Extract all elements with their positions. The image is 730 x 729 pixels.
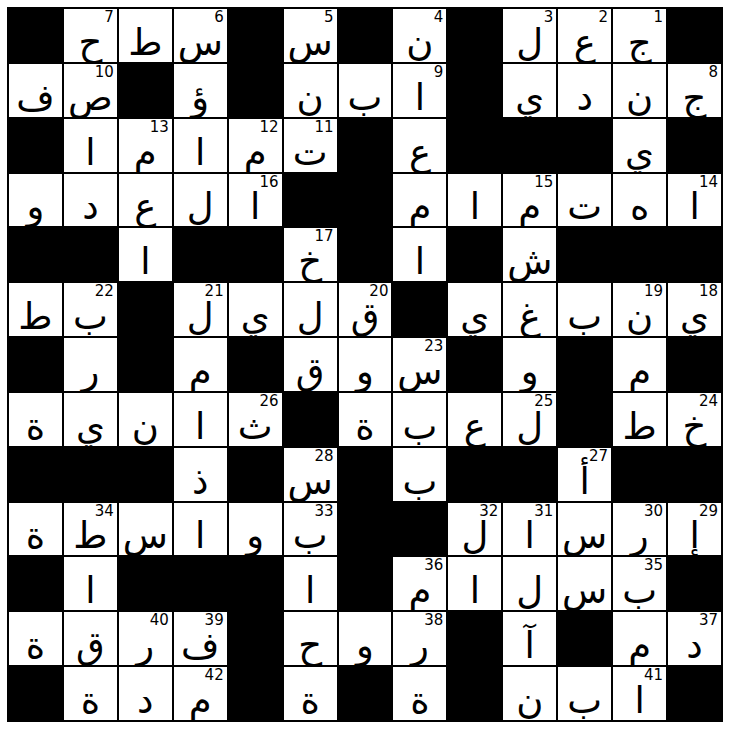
grid-cell[interactable]: ط (9, 283, 62, 336)
cell-letter: د (668, 627, 721, 664)
grid-cell[interactable]: 16ا (229, 174, 282, 227)
grid-cell[interactable]: ي (229, 283, 282, 336)
grid-cell[interactable]: 34ط (64, 503, 117, 556)
black-cell (339, 503, 392, 556)
cell-letter: ح (64, 24, 117, 61)
cell-letter: د (558, 79, 611, 116)
grid-cell[interactable]: ا (64, 557, 117, 610)
black-cell (9, 667, 62, 720)
cell-letter: م (119, 134, 172, 171)
grid-cell[interactable]: ب (393, 448, 446, 501)
cell-letter: ع (448, 408, 501, 445)
grid-cell[interactable]: م (174, 338, 227, 391)
cell-letter: و (229, 517, 282, 554)
cell-letter: م (613, 353, 666, 390)
grid-cell[interactable]: 13م (119, 119, 172, 172)
grid-cell[interactable]: 36م (393, 557, 446, 610)
cell-letter: ل (284, 298, 337, 335)
grid-cell[interactable]: 33ب (284, 503, 337, 556)
cell-letter: ه (613, 188, 666, 225)
grid-cell[interactable]: ف (9, 64, 62, 117)
black-cell (339, 448, 392, 501)
cell-letter: س (558, 572, 611, 609)
grid-cell[interactable]: ي (613, 119, 666, 172)
grid-cell[interactable]: ي (448, 283, 501, 336)
black-cell (174, 228, 227, 281)
cell-letter: م (503, 188, 556, 225)
black-cell (9, 9, 62, 62)
grid-cell[interactable]: 37د (668, 612, 721, 665)
cell-letter: ا (119, 243, 172, 280)
cell-letter: ت (558, 188, 611, 225)
cell-letter: إ (668, 517, 721, 554)
cell-letter: س (558, 517, 611, 554)
cell-letter: ق (339, 298, 392, 335)
black-cell (229, 9, 282, 62)
black-cell (448, 64, 501, 117)
cell-letter: ة (9, 517, 62, 554)
grid-cell[interactable]: ا (448, 174, 501, 227)
grid-cell[interactable]: و (503, 338, 556, 391)
page: { "game": "arabic-crossword", "grid_size… (0, 0, 730, 729)
grid-cell[interactable]: ا (64, 119, 117, 172)
black-cell (119, 338, 172, 391)
cell-letter: ج (668, 79, 721, 116)
cell-letter: ل (503, 572, 556, 609)
cell-letter: م (393, 188, 446, 225)
cell-letter: ر (393, 627, 446, 664)
cell-letter: د (119, 682, 172, 719)
black-cell (613, 448, 666, 501)
cell-letter: ة (393, 682, 446, 719)
cell-letter: ة (284, 682, 337, 719)
cell-letter: ب (339, 79, 392, 116)
black-cell (668, 557, 721, 610)
cell-letter: ن (393, 24, 446, 61)
cell-letter: ر (119, 627, 172, 664)
grid-cell[interactable]: ة (284, 667, 337, 720)
grid-cell[interactable]: ع (119, 174, 172, 227)
cell-letter: ط (64, 517, 117, 554)
cell-letter: س (174, 24, 227, 61)
black-cell (448, 448, 501, 501)
grid-cell[interactable]: 25ل (503, 393, 556, 446)
black-cell (229, 557, 282, 610)
cell-letter: س (284, 24, 337, 61)
black-cell (64, 228, 117, 281)
black-cell (339, 228, 392, 281)
grid-cell[interactable]: س (558, 557, 611, 610)
cell-letter: ف (9, 79, 62, 116)
cell-letter: ل (448, 517, 501, 554)
cell-letter: ي (668, 298, 721, 335)
grid-cell[interactable]: ق (284, 338, 337, 391)
grid-cell[interactable]: ع (393, 119, 446, 172)
grid-cell[interactable]: 38ر (393, 612, 446, 665)
black-cell (119, 557, 172, 610)
cell-letter: ا (613, 682, 666, 719)
grid-cell[interactable]: ت (558, 174, 611, 227)
cell-letter: ن (613, 79, 666, 116)
grid-cell[interactable]: 4ن (393, 9, 446, 62)
black-cell (558, 338, 611, 391)
black-cell (558, 393, 611, 446)
black-cell (393, 283, 446, 336)
grid-cell[interactable]: ا (174, 393, 227, 446)
cell-letter: ب (393, 463, 446, 500)
grid-cell[interactable]: 20ق (339, 283, 392, 336)
black-cell (229, 228, 282, 281)
grid-cell[interactable]: 12م (229, 119, 282, 172)
cell-letter: م (174, 353, 227, 390)
grid-cell[interactable]: ل (503, 557, 556, 610)
black-cell (448, 338, 501, 391)
grid-cell[interactable]: 23س (393, 338, 446, 391)
cell-letter: ة (9, 408, 62, 445)
black-cell (119, 283, 172, 336)
black-cell (668, 119, 721, 172)
grid-cell[interactable]: ه (613, 174, 666, 227)
grid-cell[interactable]: 9ا (393, 64, 446, 117)
cell-letter: ا (174, 517, 227, 554)
black-cell (668, 9, 721, 62)
cell-letter: م (393, 572, 446, 609)
cell-letter: ش (503, 243, 556, 280)
cell-letter: ث (229, 408, 282, 445)
grid-cell[interactable]: ب (393, 393, 446, 446)
black-cell (229, 612, 282, 665)
cell-letter: ق (64, 627, 117, 664)
cell-letter: ا (668, 188, 721, 225)
cell-letter: ا (448, 572, 501, 609)
cell-letter: ع (119, 188, 172, 225)
cell-letter: ط (9, 298, 62, 335)
black-cell (9, 228, 62, 281)
cell-letter: خ (284, 243, 337, 280)
cell-letter: م (613, 627, 666, 664)
cell-letter: أ (558, 463, 611, 500)
black-cell (284, 393, 337, 446)
cell-letter: ي (64, 408, 117, 445)
grid-cell[interactable]: و (339, 612, 392, 665)
cell-letter: ج (613, 24, 666, 61)
cell-letter: س (284, 463, 337, 500)
cell-letter: ر (64, 353, 117, 390)
black-cell (448, 228, 501, 281)
grid-cell[interactable]: 14ا (668, 174, 721, 227)
grid-cell[interactable]: ل (284, 283, 337, 336)
cell-letter: ع (558, 24, 611, 61)
grid-cell[interactable]: ة (64, 667, 117, 720)
cell-letter: ي (448, 298, 501, 335)
grid-cell[interactable]: غ (503, 283, 556, 336)
cell-letter: م (174, 682, 227, 719)
grid-cell[interactable]: ن (613, 64, 666, 117)
cell-letter: ب (64, 298, 117, 335)
grid-cell[interactable]: ع (448, 393, 501, 446)
grid-cell[interactable]: ن (119, 393, 172, 446)
cell-letter: م (229, 134, 282, 171)
cell-letter: س (119, 517, 172, 554)
cell-letter: ح (284, 627, 337, 664)
cell-letter: ط (119, 24, 172, 61)
black-cell (448, 612, 501, 665)
black-cell (339, 119, 392, 172)
grid-cell[interactable]: ي (503, 64, 556, 117)
cell-letter: ا (393, 79, 446, 116)
black-cell (613, 228, 666, 281)
grid-cell[interactable]: 42م (174, 667, 227, 720)
grid-cell[interactable]: ذ (174, 448, 227, 501)
black-cell (64, 448, 117, 501)
grid-cell[interactable]: 17خ (284, 228, 337, 281)
cell-letter: ب (558, 682, 611, 719)
cell-letter: ل (503, 408, 556, 445)
grid-cell[interactable]: ا (284, 557, 337, 610)
grid-cell[interactable]: د (119, 667, 172, 720)
cell-letter: ا (64, 134, 117, 171)
grid-cell[interactable]: ي (64, 393, 117, 446)
cell-letter: خ (668, 408, 721, 445)
cell-letter: ل (174, 298, 227, 335)
grid-cell[interactable]: د (558, 64, 611, 117)
black-cell (339, 557, 392, 610)
black-cell (668, 667, 721, 720)
grid-cell[interactable]: س (558, 503, 611, 556)
cell-letter: ذ (174, 463, 227, 500)
black-cell (9, 338, 62, 391)
cell-letter: ب (558, 298, 611, 335)
grid-cell[interactable]: 1ج (613, 9, 666, 62)
black-cell (284, 174, 337, 227)
black-cell (229, 338, 282, 391)
cell-letter: آ (503, 627, 556, 664)
grid-cell[interactable]: 18ي (668, 283, 721, 336)
cell-letter: ب (613, 572, 666, 609)
black-cell (339, 667, 392, 720)
grid-cell[interactable]: د (64, 174, 117, 227)
cell-letter: ا (503, 517, 556, 554)
black-cell (119, 64, 172, 117)
grid-cell[interactable]: 24خ (668, 393, 721, 446)
grid-cell[interactable]: 29إ (668, 503, 721, 556)
grid-cell[interactable]: آ (503, 612, 556, 665)
grid-cell[interactable]: 15م (503, 174, 556, 227)
cell-letter: ق (284, 353, 337, 390)
grid-cell[interactable]: 2ع (558, 9, 611, 62)
grid-cell[interactable]: 7ح (64, 9, 117, 62)
grid-cell[interactable]: ا (174, 503, 227, 556)
grid-cell[interactable]: ش (503, 228, 556, 281)
cell-letter: و (339, 627, 392, 664)
black-cell (668, 448, 721, 501)
grid-cell[interactable]: 21ل (174, 283, 227, 336)
grid-cell[interactable]: و (9, 174, 62, 227)
black-cell (668, 338, 721, 391)
black-cell (448, 119, 501, 172)
black-cell (558, 119, 611, 172)
cell-letter: و (339, 353, 392, 390)
grid-cell[interactable]: 10ص (64, 64, 117, 117)
grid-cell[interactable]: ة (9, 503, 62, 556)
grid-cell[interactable]: ة (9, 393, 62, 446)
grid-cell[interactable]: 32ل (448, 503, 501, 556)
cell-letter: ب (284, 517, 337, 554)
grid-cell[interactable]: ا (119, 228, 172, 281)
grid-cell[interactable]: م (613, 612, 666, 665)
cell-letter: ل (174, 188, 227, 225)
black-cell (119, 448, 172, 501)
black-cell (229, 448, 282, 501)
black-cell (9, 119, 62, 172)
crossword-board: 7حط6س5س4ن3ل2ع1جف10صؤنب9ايدن8جا13ما12م11ت… (7, 7, 723, 722)
grid-cell[interactable]: 41ا (613, 667, 666, 720)
grid-cell[interactable]: ل (174, 174, 227, 227)
grid-cell[interactable]: و (339, 338, 392, 391)
grid-cell[interactable]: 35ب (613, 557, 666, 610)
grid-cell[interactable]: ؤ (174, 64, 227, 117)
black-cell (339, 9, 392, 62)
black-cell (9, 448, 62, 501)
grid-cell[interactable]: 26ث (229, 393, 282, 446)
cell-letter: ف (174, 627, 227, 664)
cell-letter: ل (503, 24, 556, 61)
grid-cell[interactable]: ح (284, 612, 337, 665)
grid-cell[interactable]: ا (448, 557, 501, 610)
grid-cell[interactable]: ا (393, 228, 446, 281)
grid-cell[interactable]: 27أ (558, 448, 611, 501)
cell-letter: غ (503, 298, 556, 335)
grid-cell[interactable]: ر (64, 338, 117, 391)
grid-cell[interactable]: ن (284, 64, 337, 117)
black-cell (503, 119, 556, 172)
cell-letter: ة (64, 682, 117, 719)
black-cell (558, 612, 611, 665)
cell-letter: ؤ (174, 79, 227, 116)
cell-letter: ي (229, 298, 282, 335)
cell-letter: ن (503, 682, 556, 719)
grid-cell[interactable]: و (229, 503, 282, 556)
grid-cell[interactable]: م (393, 174, 446, 227)
cell-letter: ب (393, 408, 446, 445)
cell-letter: ن (284, 79, 337, 116)
cell-letter: و (503, 353, 556, 390)
cell-letter: ا (284, 572, 337, 609)
cell-letter: ا (229, 188, 282, 225)
grid-cell[interactable]: 19ن (613, 283, 666, 336)
grid-cell[interactable]: ة (9, 612, 62, 665)
grid-cell[interactable]: 8ج (668, 64, 721, 117)
grid-cell[interactable]: 6س (174, 9, 227, 62)
grid-cell[interactable]: ط (613, 393, 666, 446)
black-cell (393, 503, 446, 556)
grid-cell[interactable]: 31ا (503, 503, 556, 556)
cell-letter: ر (613, 517, 666, 554)
grid-cell[interactable]: ة (339, 393, 392, 446)
cell-letter: ص (64, 79, 117, 116)
cell-letter: ن (119, 408, 172, 445)
grid-cell[interactable]: 3ل (503, 9, 556, 62)
cell-letter: ي (503, 79, 556, 116)
black-cell (448, 667, 501, 720)
grid-cell[interactable]: ق (64, 612, 117, 665)
cell-letter: ة (339, 408, 392, 445)
grid-cell[interactable]: س (119, 503, 172, 556)
grid-cell[interactable]: 5س (284, 9, 337, 62)
black-cell (503, 448, 556, 501)
cell-letter: ي (613, 134, 666, 171)
cell-letter: ا (174, 134, 227, 171)
grid-cell[interactable]: ب (339, 64, 392, 117)
grid-cell[interactable]: ا (174, 119, 227, 172)
cell-letter: ة (9, 627, 62, 664)
grid-cell[interactable]: ن (503, 667, 556, 720)
cell-letter: ت (284, 134, 337, 171)
cell-letter: ط (613, 408, 666, 445)
grid-cell[interactable]: ب (558, 283, 611, 336)
grid-cell[interactable]: 40ر (119, 612, 172, 665)
grid-cell[interactable]: 30ر (613, 503, 666, 556)
black-cell (229, 667, 282, 720)
black-cell (668, 228, 721, 281)
grid-cell[interactable]: ة (393, 667, 446, 720)
black-cell (9, 557, 62, 610)
cell-letter: ا (174, 408, 227, 445)
black-cell (339, 174, 392, 227)
grid-cell[interactable]: 28س (284, 448, 337, 501)
cell-letter: ا (393, 243, 446, 280)
grid-cell[interactable]: 22ب (64, 283, 117, 336)
grid-cell[interactable]: ط (119, 9, 172, 62)
cell-letter: ع (393, 134, 446, 171)
black-cell (174, 557, 227, 610)
black-cell (448, 9, 501, 62)
cell-letter: و (9, 188, 62, 225)
cell-letter: ا (448, 188, 501, 225)
cell-letter: د (64, 188, 117, 225)
grid-cell[interactable]: 39ف (174, 612, 227, 665)
grid-cell[interactable]: م (613, 338, 666, 391)
black-cell (229, 64, 282, 117)
cell-letter: س (393, 353, 446, 390)
cell-letter: ا (64, 572, 117, 609)
grid-cell[interactable]: 11ت (284, 119, 337, 172)
cell-letter: ن (613, 298, 666, 335)
black-cell (558, 228, 611, 281)
grid-cell[interactable]: ب (558, 667, 611, 720)
